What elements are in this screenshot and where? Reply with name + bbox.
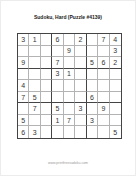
cell-r1c5 <box>64 34 75 46</box>
cell-r7c7 <box>87 103 98 115</box>
cell-r4c5: 1 <box>64 69 75 81</box>
cell-r9c7 <box>87 126 98 138</box>
cell-r3c9: 2 <box>110 57 121 69</box>
cell-r2c4 <box>52 46 63 58</box>
cell-r2c8 <box>98 46 109 58</box>
cell-r2c2 <box>29 46 40 58</box>
cell-r9c1: 6 <box>18 126 29 138</box>
cell-r6c3 <box>41 92 52 104</box>
cell-r7c5 <box>64 103 75 115</box>
cell-r5c3 <box>41 80 52 92</box>
cell-r5c7 <box>87 80 98 92</box>
cell-r3c2 <box>29 57 40 69</box>
cell-r4c7 <box>87 69 98 81</box>
cell-r5c2 <box>29 80 40 92</box>
cell-r1c4: 6 <box>52 34 63 46</box>
cell-r1c1: 3 <box>18 34 29 46</box>
cell-r9c5 <box>64 126 75 138</box>
cell-r6c9 <box>110 92 121 104</box>
footer-url: www.printfreesudoku.com <box>1 161 135 165</box>
cell-r6c1: 7 <box>18 92 29 104</box>
cell-r1c3 <box>41 34 52 46</box>
cell-r5c1: 4 <box>18 80 29 92</box>
cell-r4c8 <box>98 69 109 81</box>
cell-r1c2: 1 <box>29 34 40 46</box>
cell-r8c1: 5 <box>18 115 29 127</box>
cell-r7c1 <box>18 103 29 115</box>
cell-r5c5 <box>64 80 75 92</box>
cell-r1c8: 7 <box>98 34 109 46</box>
cell-r4c4: 3 <box>52 69 63 81</box>
cell-r3c6 <box>75 57 86 69</box>
cell-r2c6 <box>75 46 86 58</box>
cell-r6c5 <box>64 92 75 104</box>
cell-r1c7 <box>87 34 98 46</box>
cell-r3c3 <box>41 57 52 69</box>
cell-r9c4 <box>52 126 63 138</box>
cell-r4c1 <box>18 69 29 81</box>
cell-r5c6 <box>75 80 86 92</box>
cell-r3c8: 6 <box>98 57 109 69</box>
page-title: Sudoku, Hard (Puzzle #4139) <box>1 14 135 20</box>
cell-r8c4: 1 <box>52 115 63 127</box>
cell-r7c6: 3 <box>75 103 86 115</box>
sudoku-grid: 316274939756231475675395173635 <box>17 33 122 139</box>
cell-r4c3 <box>41 69 52 81</box>
cell-r9c8 <box>98 126 109 138</box>
cell-r6c7: 6 <box>87 92 98 104</box>
cell-r6c8 <box>98 92 109 104</box>
cell-r8c2 <box>29 115 40 127</box>
cell-r9c3 <box>41 126 52 138</box>
cell-r2c7 <box>87 46 98 58</box>
cell-r4c9 <box>110 69 121 81</box>
cell-r7c9 <box>110 103 121 115</box>
cell-r3c5 <box>64 57 75 69</box>
cell-r6c2: 5 <box>29 92 40 104</box>
cell-r8c6 <box>75 115 86 127</box>
cell-r9c2: 3 <box>29 126 40 138</box>
cell-r2c5: 9 <box>64 46 75 58</box>
cell-r7c4: 5 <box>52 103 63 115</box>
cell-r8c5: 7 <box>64 115 75 127</box>
cell-r6c4 <box>52 92 63 104</box>
cell-r3c4: 7 <box>52 57 63 69</box>
cell-r7c8: 9 <box>98 103 109 115</box>
cell-r9c6 <box>75 126 86 138</box>
cell-r3c7: 5 <box>87 57 98 69</box>
cell-r7c3 <box>41 103 52 115</box>
cell-r4c2 <box>29 69 40 81</box>
cell-r6c6 <box>75 92 86 104</box>
cell-r9c9: 5 <box>110 126 121 138</box>
cell-r5c9 <box>110 80 121 92</box>
cell-r1c6: 2 <box>75 34 86 46</box>
cell-r8c9 <box>110 115 121 127</box>
sudoku-printable-page: Sudoku, Hard (Puzzle #4139) 316274939756… <box>0 0 136 176</box>
cell-r8c3 <box>41 115 52 127</box>
cell-r7c2: 7 <box>29 103 40 115</box>
cell-r5c4 <box>52 80 63 92</box>
cell-r2c3 <box>41 46 52 58</box>
cell-r8c8 <box>98 115 109 127</box>
cell-r1c9: 4 <box>110 34 121 46</box>
cell-r4c6 <box>75 69 86 81</box>
cell-r2c1 <box>18 46 29 58</box>
cell-r2c9: 3 <box>110 46 121 58</box>
cell-r3c1: 9 <box>18 57 29 69</box>
cell-r5c8 <box>98 80 109 92</box>
cell-r8c7: 3 <box>87 115 98 127</box>
